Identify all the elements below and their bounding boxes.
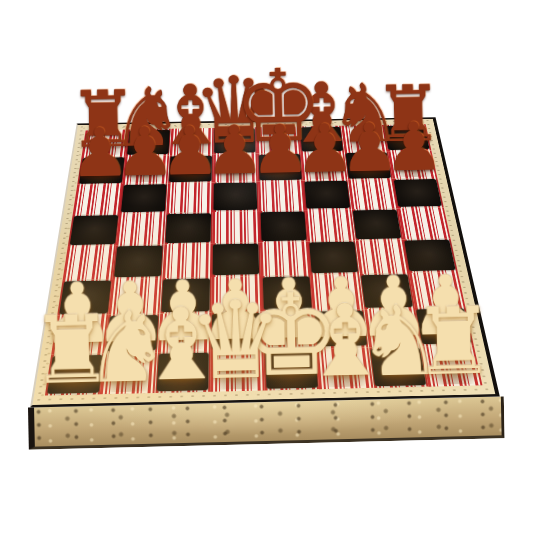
board-grid: ♜♞♝♛♚♝♞♜♟♟♟♟♟♟♟♟♟♟♟♟♟♟♟♟♜♞♝♛♚♝♞♜ bbox=[45, 124, 483, 395]
square-b5 bbox=[116, 213, 166, 245]
square-h7: ♟ bbox=[388, 150, 437, 178]
square-h6 bbox=[393, 178, 444, 208]
square-h5 bbox=[398, 207, 451, 239]
chess-set-photo: ♜♞♝♛♚♝♞♜♟♟♟♟♟♟♟♟♟♟♟♟♟♟♟♟♜♞♝♛♚♝♞♜ bbox=[0, 0, 533, 533]
square-g6 bbox=[348, 179, 398, 209]
square-b6 bbox=[119, 183, 167, 214]
square-c5 bbox=[164, 212, 212, 244]
square-f5 bbox=[305, 209, 355, 241]
square-d6 bbox=[212, 181, 258, 211]
square-e6 bbox=[258, 181, 305, 211]
photo-scene: ♜♞♝♛♚♝♞♜♟♟♟♟♟♟♟♟♟♟♟♟♟♟♟♟♜♞♝♛♚♝♞♜ bbox=[0, 0, 533, 533]
piece-white-rook-a1: ♜ bbox=[29, 306, 115, 394]
square-h1: ♜ bbox=[421, 345, 482, 387]
square-c6 bbox=[166, 182, 213, 212]
square-g5 bbox=[351, 208, 403, 240]
square-f6 bbox=[303, 180, 352, 210]
square-e5 bbox=[259, 210, 308, 242]
piece-black-pawn-h7: ♟ bbox=[384, 116, 445, 178]
square-d1: ♛ bbox=[210, 350, 265, 392]
board-frame: ♜♞♝♛♚♝♞♜♟♟♟♟♟♟♟♟♟♟♟♟♟♟♟♟♜♞♝♛♚♝♞♜ bbox=[30, 117, 500, 407]
piece-white-queen-d1: ♛ bbox=[187, 290, 285, 390]
square-a5 bbox=[68, 214, 120, 247]
square-a1: ♜ bbox=[45, 353, 105, 395]
square-a6 bbox=[73, 184, 123, 215]
chess-board: ♜♞♝♛♚♝♞♜♟♟♟♟♟♟♟♟♟♟♟♟♟♟♟♟♜♞♝♛♚♝♞♜ bbox=[30, 117, 500, 407]
square-d5 bbox=[212, 211, 260, 243]
piece-white-rook-h1: ♜ bbox=[412, 298, 496, 385]
